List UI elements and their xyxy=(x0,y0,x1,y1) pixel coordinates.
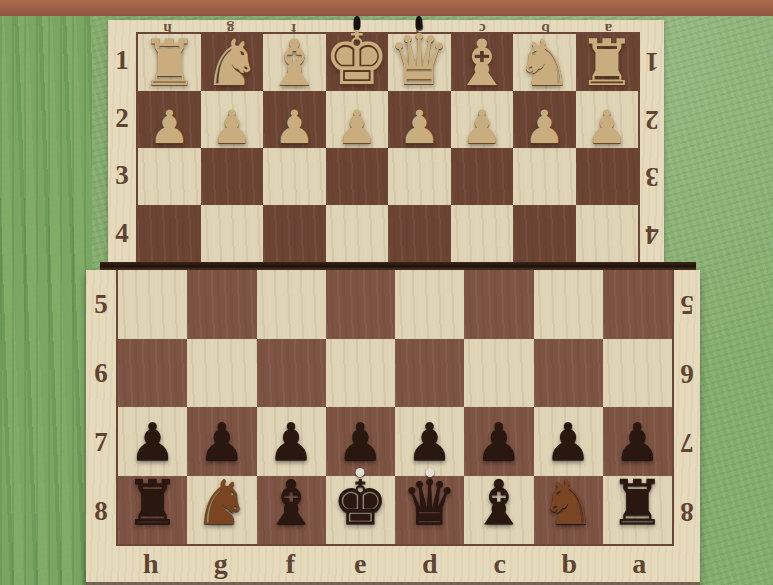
dark-finial xyxy=(416,16,423,30)
board-grid-ranks-1-4: ♜♞♝♚♛♝♞♜♟♟♟♟♟♟♟♟ xyxy=(136,32,640,262)
white-pawn-g2[interactable]: ♟ xyxy=(211,104,252,150)
white-king-e1[interactable]: ♚ xyxy=(324,21,390,95)
rank-label-right-4: 4 xyxy=(640,205,664,263)
file-label-bottom-b: b xyxy=(535,546,605,582)
file-label-bottom-a: a xyxy=(604,546,674,582)
square-d6[interactable] xyxy=(395,339,464,408)
black-pawn-h7[interactable]: ♟ xyxy=(129,416,176,468)
file-label-bottom-e: e xyxy=(325,546,395,582)
black-pawn-a7[interactable]: ♟ xyxy=(614,416,661,468)
rank-label-left-8: 8 xyxy=(86,477,116,546)
square-c4[interactable] xyxy=(451,205,514,262)
black-knight-g8[interactable]: ♞ xyxy=(194,472,250,534)
file-label-bottom-h: h xyxy=(116,546,186,582)
white-pawn-c2[interactable]: ♟ xyxy=(461,104,502,150)
square-g4[interactable] xyxy=(201,205,264,262)
white-bishop-f1[interactable]: ♝ xyxy=(266,31,323,95)
white-bishop-c1[interactable]: ♝ xyxy=(453,31,510,95)
light-finial xyxy=(425,468,434,477)
square-e8[interactable]: ♚ xyxy=(326,476,395,545)
square-h3[interactable] xyxy=(138,148,201,205)
square-b8[interactable]: ♞ xyxy=(534,476,603,545)
chess-board: hgfedcba 1234 1234 ♜♞♝♚♛♝♞♜♟♟♟♟♟♟♟♟ 5678… xyxy=(86,20,702,582)
rank-label-right-6: 6 xyxy=(674,339,700,408)
rank-labels-left-top: 1234 xyxy=(108,32,136,262)
file-label-bottom-d: d xyxy=(395,546,465,582)
rank-label-right-1: 1 xyxy=(640,32,664,90)
white-queen-d1[interactable]: ♛ xyxy=(388,25,451,95)
square-f1[interactable]: ♝ xyxy=(263,34,326,91)
rank-label-left-4: 4 xyxy=(108,205,136,263)
black-pawn-e7[interactable]: ♟ xyxy=(337,416,384,468)
square-h5[interactable] xyxy=(118,270,187,339)
black-rook-h8[interactable]: ♜ xyxy=(125,472,181,534)
rank-labels-right-bottom: 5678 xyxy=(674,270,700,546)
square-c8[interactable]: ♝ xyxy=(464,476,533,545)
board-fold-seam xyxy=(100,262,696,270)
rank-label-left-1: 1 xyxy=(108,32,136,90)
file-label-bottom-g: g xyxy=(186,546,256,582)
square-c3[interactable] xyxy=(451,148,514,205)
square-h8[interactable]: ♜ xyxy=(118,476,187,545)
square-b3[interactable] xyxy=(513,148,576,205)
square-g3[interactable] xyxy=(201,148,264,205)
square-e1[interactable]: ♚ xyxy=(326,34,389,91)
white-pawn-h2[interactable]: ♟ xyxy=(149,104,190,150)
square-f4[interactable] xyxy=(263,205,326,262)
black-queen-d8[interactable]: ♛ xyxy=(402,472,458,534)
square-e3[interactable] xyxy=(326,148,389,205)
file-label-bottom-f: f xyxy=(256,546,326,582)
rank-label-left-2: 2 xyxy=(108,90,136,148)
towel-ribbed-border xyxy=(0,16,92,585)
board-top-half: hgfedcba 1234 1234 ♜♞♝♚♛♝♞♜♟♟♟♟♟♟♟♟ xyxy=(108,20,664,262)
square-h6[interactable] xyxy=(118,339,187,408)
board-bottom-half: 5678 5678 ♟♟♟♟♟♟♟♟♜♞♝♚♛♝♞♜ hgfedcba xyxy=(86,270,700,585)
square-a6[interactable] xyxy=(603,339,672,408)
square-d5[interactable] xyxy=(395,270,464,339)
square-e5[interactable] xyxy=(326,270,395,339)
white-pawn-b2[interactable]: ♟ xyxy=(524,104,565,150)
rank-label-left-7: 7 xyxy=(86,408,116,477)
black-pawn-b7[interactable]: ♟ xyxy=(545,416,592,468)
black-knight-b8[interactable]: ♞ xyxy=(540,472,596,534)
square-f3[interactable] xyxy=(263,148,326,205)
square-h1[interactable]: ♜ xyxy=(138,34,201,91)
white-pawn-e2[interactable]: ♟ xyxy=(336,104,377,150)
square-a3[interactable] xyxy=(576,148,639,205)
rank-labels-right-top: 1234 xyxy=(640,32,664,262)
square-a1[interactable]: ♜ xyxy=(576,34,639,91)
square-f6[interactable] xyxy=(257,339,326,408)
square-e4[interactable] xyxy=(326,205,389,262)
white-rook-a1[interactable]: ♜ xyxy=(578,31,635,95)
square-g1[interactable]: ♞ xyxy=(201,34,264,91)
rank-label-right-7: 7 xyxy=(674,408,700,477)
rank-label-left-5: 5 xyxy=(86,270,116,339)
rank-label-left-3: 3 xyxy=(108,147,136,205)
white-knight-g1[interactable]: ♞ xyxy=(203,31,260,95)
square-g8[interactable]: ♞ xyxy=(187,476,256,545)
square-e6[interactable] xyxy=(326,339,395,408)
square-h4[interactable] xyxy=(138,205,201,262)
black-rook-a8[interactable]: ♜ xyxy=(610,472,666,534)
square-b4[interactable] xyxy=(513,205,576,262)
dark-finial xyxy=(353,16,360,30)
white-rook-h1[interactable]: ♜ xyxy=(141,31,198,95)
square-c6[interactable] xyxy=(464,339,533,408)
square-f5[interactable] xyxy=(257,270,326,339)
square-b5[interactable] xyxy=(534,270,603,339)
black-king-e8[interactable]: ♚ xyxy=(333,472,389,534)
square-d8[interactable]: ♛ xyxy=(395,476,464,545)
square-b1[interactable]: ♞ xyxy=(513,34,576,91)
black-pawn-d7[interactable]: ♟ xyxy=(406,416,453,468)
black-bishop-c8[interactable]: ♝ xyxy=(471,472,527,534)
white-pawn-a2[interactable]: ♟ xyxy=(586,104,627,150)
black-pawn-f7[interactable]: ♟ xyxy=(268,416,315,468)
square-a8[interactable]: ♜ xyxy=(603,476,672,545)
wood-floor-strip xyxy=(0,0,773,16)
black-pawn-c7[interactable]: ♟ xyxy=(476,416,523,468)
square-c1[interactable]: ♝ xyxy=(451,34,514,91)
board-grid-ranks-5-8: ♟♟♟♟♟♟♟♟♜♞♝♚♛♝♞♜ xyxy=(116,270,674,546)
square-g6[interactable] xyxy=(187,339,256,408)
square-c5[interactable] xyxy=(464,270,533,339)
white-pawn-d2[interactable]: ♟ xyxy=(399,104,440,150)
square-a4[interactable] xyxy=(576,205,639,262)
square-a5[interactable] xyxy=(603,270,672,339)
square-d3[interactable] xyxy=(388,148,451,205)
chess-photo-scene: hgfedcba 1234 1234 ♜♞♝♚♛♝♞♜♟♟♟♟♟♟♟♟ 5678… xyxy=(0,0,773,585)
rank-label-left-6: 6 xyxy=(86,339,116,408)
white-knight-b1[interactable]: ♞ xyxy=(516,31,573,95)
light-finial xyxy=(356,468,365,477)
rank-label-right-2: 2 xyxy=(640,90,664,148)
square-d1[interactable]: ♛ xyxy=(388,34,451,91)
square-f8[interactable]: ♝ xyxy=(257,476,326,545)
rank-label-right-8: 8 xyxy=(674,477,700,546)
square-b6[interactable] xyxy=(534,339,603,408)
rank-label-right-3: 3 xyxy=(640,147,664,205)
file-labels-bottom: hgfedcba xyxy=(116,546,674,582)
black-bishop-f8[interactable]: ♝ xyxy=(263,472,319,534)
square-g5[interactable] xyxy=(187,270,256,339)
rank-labels-left-bottom: 5678 xyxy=(86,270,116,546)
black-pawn-g7[interactable]: ♟ xyxy=(199,416,246,468)
square-d4[interactable] xyxy=(388,205,451,262)
white-pawn-f2[interactable]: ♟ xyxy=(274,104,315,150)
rank-label-right-5: 5 xyxy=(674,270,700,339)
file-label-bottom-c: c xyxy=(465,546,535,582)
